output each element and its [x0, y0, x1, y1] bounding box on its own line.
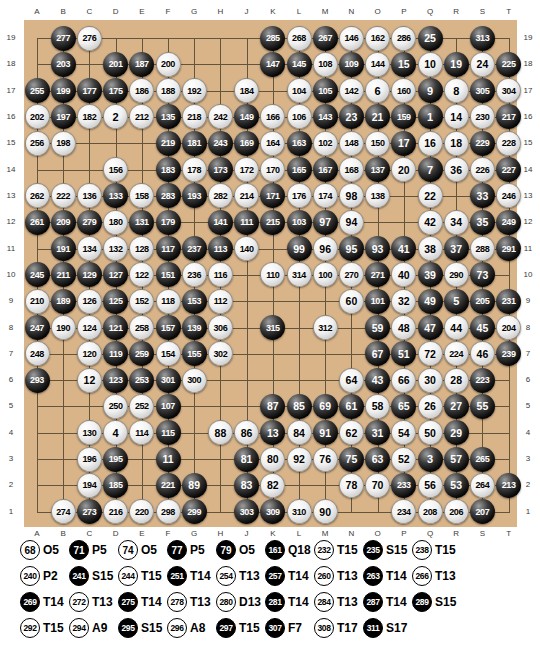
stone-N3: 75: [339, 447, 364, 472]
stone-L5: 85: [287, 394, 312, 419]
caption-move-251: 251T14: [167, 566, 216, 586]
caption-move-74: 74O5: [118, 540, 167, 560]
col-label-Q: Q: [417, 7, 443, 17]
stone-L1: 310: [287, 499, 312, 524]
caption-move-number: 272: [69, 592, 89, 612]
row-label-10: 10: [0, 270, 22, 280]
caption-move-number: 77: [167, 540, 187, 560]
stone-R17: 8: [444, 78, 469, 103]
caption-move-296: 296A8: [167, 618, 216, 638]
stone-C19: 276: [77, 26, 102, 51]
stone-J11: 140: [234, 236, 259, 261]
caption-move-280: 280D13: [216, 592, 265, 612]
stone-N18: 109: [339, 52, 364, 77]
stone-K3: 80: [260, 447, 285, 472]
stone-O15: 150: [365, 131, 390, 156]
stone-R16: 14: [444, 104, 469, 129]
caption-move-point: T13: [92, 595, 113, 609]
stone-K12: 215: [260, 210, 285, 235]
stone-S14: 226: [470, 157, 495, 182]
stone-Q16: 1: [418, 104, 443, 129]
stone-F1: 298: [156, 499, 181, 524]
caption-move-point: P5: [92, 543, 107, 557]
col-label-C: C: [76, 7, 102, 17]
stone-O8: 59: [365, 315, 390, 340]
stone-C3: 196: [77, 447, 102, 472]
stone-F18: 200: [156, 52, 181, 77]
stone-T8: 204: [496, 315, 521, 340]
stone-D8: 121: [103, 315, 128, 340]
caption-move-308: 308T17: [314, 618, 363, 638]
stone-Q15: 16: [418, 131, 443, 156]
stone-R9: 5: [444, 289, 469, 314]
stone-D5: 250: [103, 394, 128, 419]
caption-move-number: 232: [314, 540, 334, 560]
caption-move-number: 292: [20, 618, 40, 638]
row-label-10: 10: [517, 270, 539, 280]
stone-M12: 97: [313, 210, 338, 235]
stone-C12: 279: [77, 210, 102, 235]
row-label-14: 14: [0, 165, 22, 175]
caption-move-number: 307: [265, 618, 285, 638]
stone-S9: 205: [470, 289, 495, 314]
row-label-2: 2: [0, 480, 22, 490]
caption-move-number: 254: [216, 566, 236, 586]
stone-K15: 164: [260, 131, 285, 156]
caption-move-point: T14: [288, 569, 309, 583]
caption-move-number: 79: [216, 540, 236, 560]
stone-L17: 104: [287, 78, 312, 103]
stone-Q7: 72: [418, 341, 443, 366]
col-label-F: F: [155, 7, 181, 17]
row-label-1: 1: [0, 507, 22, 517]
stone-M18: 108: [313, 52, 338, 77]
stone-Q12: 42: [418, 210, 443, 235]
caption-move-68: 68O5: [20, 540, 69, 560]
stone-H9: 112: [208, 289, 233, 314]
caption-move-point: O5: [141, 543, 157, 557]
row-label-16: 16: [0, 112, 22, 122]
caption-move-number: 240: [20, 566, 40, 586]
stone-M10: 100: [313, 262, 338, 287]
row-label-17: 17: [0, 86, 22, 96]
stone-M14: 167: [313, 157, 338, 182]
caption-move-point: F7: [288, 621, 302, 635]
stone-S3: 265: [470, 447, 495, 472]
row-label-18: 18: [0, 59, 22, 69]
stone-L10: 314: [287, 262, 312, 287]
caption-move-272: 272T13: [69, 592, 118, 612]
stone-J2: 83: [234, 473, 259, 498]
stone-E6: 253: [129, 368, 154, 393]
caption-move-275: 275T14: [118, 592, 167, 612]
col-label-O: O: [365, 7, 391, 17]
stone-S18: 24: [470, 52, 495, 77]
caption-move-point: O5: [239, 543, 255, 557]
caption-move-point: T15: [435, 543, 456, 557]
stone-G6: 300: [182, 368, 207, 393]
stone-M4: 91: [313, 420, 338, 445]
stone-B16: 197: [51, 104, 76, 129]
caption-move-289: 289S15: [412, 592, 461, 612]
stone-J3: 81: [234, 447, 259, 472]
stone-A7: 248: [25, 341, 50, 366]
stone-S17: 305: [470, 78, 495, 103]
stone-C1: 273: [77, 499, 102, 524]
col-label-S: S: [469, 7, 495, 17]
stone-A12: 261: [25, 210, 50, 235]
col-label-R: R: [443, 7, 469, 17]
caption-move-235: 235S15: [363, 540, 412, 560]
stone-H12: 141: [208, 210, 233, 235]
caption-move-294: 294A9: [69, 618, 118, 638]
stone-D9: 125: [103, 289, 128, 314]
stone-P15: 17: [391, 131, 416, 156]
stone-L14: 165: [287, 157, 312, 182]
stone-S19: 313: [470, 26, 495, 51]
stone-F4: 115: [156, 420, 181, 445]
row-label-9: 9: [0, 296, 22, 306]
stone-A13: 262: [25, 183, 50, 208]
caption-move-307: 307F7: [265, 618, 314, 638]
stone-T2: 213: [496, 473, 521, 498]
stone-D2: 185: [103, 473, 128, 498]
caption-move-number: 235: [363, 540, 383, 560]
stone-Q14: 7: [418, 157, 443, 182]
col-label-P: P: [391, 7, 417, 17]
caption-move-point: S15: [386, 543, 407, 557]
stone-H14: 173: [208, 157, 233, 182]
stone-M8: 312: [313, 315, 338, 340]
caption-move-number: 280: [216, 592, 236, 612]
stone-R3: 57: [444, 447, 469, 472]
caption-move-number: 269: [20, 592, 40, 612]
stone-R12: 34: [444, 210, 469, 235]
col-label-L: L: [286, 7, 312, 17]
stone-P18: 15: [391, 52, 416, 77]
stone-A10: 245: [25, 262, 50, 287]
row-label-5: 5: [517, 401, 539, 411]
row-label-19: 19: [517, 33, 539, 43]
stone-B8: 190: [51, 315, 76, 340]
col-label-T: T: [496, 529, 522, 539]
caption-move-point: O5: [43, 543, 59, 557]
caption-move-point: T15: [337, 543, 358, 557]
stone-Q18: 10: [418, 52, 443, 77]
caption-move-244: 244T15: [118, 566, 167, 586]
caption-move-number: 266: [412, 566, 432, 586]
caption-move-241: 241S15: [69, 566, 118, 586]
stone-R4: 29: [444, 420, 469, 445]
stone-D11: 132: [103, 236, 128, 261]
caption-row-2: 240P2241S15244T15251T14254T13257T14260T1…: [20, 563, 461, 589]
row-label-6: 6: [517, 375, 539, 385]
row-label-4: 4: [0, 428, 22, 438]
stone-G1: 299: [182, 499, 207, 524]
caption-move-number: 296: [167, 618, 187, 638]
stone-N19: 146: [339, 26, 364, 51]
col-label-S: S: [469, 529, 495, 539]
caption-move-number: 68: [20, 540, 40, 560]
stone-G17: 192: [182, 78, 207, 103]
stone-A6: 293: [25, 368, 50, 393]
stone-G11: 237: [182, 236, 207, 261]
stone-S11: 288: [470, 236, 495, 261]
stone-Q17: 9: [418, 78, 443, 103]
stone-T18: 225: [496, 52, 521, 77]
row-label-15: 15: [0, 138, 22, 148]
stone-R2: 53: [444, 473, 469, 498]
caption-move-71: 71P5: [69, 540, 118, 560]
stone-D6: 123: [103, 368, 128, 393]
stone-R5: 27: [444, 394, 469, 419]
stone-S2: 264: [470, 473, 495, 498]
caption-move-number: 257: [265, 566, 285, 586]
stone-M16: 143: [313, 104, 338, 129]
stone-B18: 203: [51, 52, 76, 77]
caption-move-point: T13: [239, 569, 260, 583]
stone-D12: 180: [103, 210, 128, 235]
stone-O3: 63: [365, 447, 390, 472]
caption-move-point: A8: [190, 621, 205, 635]
stone-N12: 94: [339, 210, 364, 235]
stone-Q6: 30: [418, 368, 443, 393]
stone-Q8: 47: [418, 315, 443, 340]
stone-B12: 209: [51, 210, 76, 235]
stone-D18: 201: [103, 52, 128, 77]
stone-F2: 221: [156, 473, 181, 498]
stone-B9: 189: [51, 289, 76, 314]
stone-C17: 177: [77, 78, 102, 103]
stone-P19: 286: [391, 26, 416, 51]
stone-L19: 268: [287, 26, 312, 51]
stone-F5: 107: [156, 394, 181, 419]
stone-N11: 95: [339, 236, 364, 261]
caption-move-point: T13: [435, 569, 456, 583]
stone-N5: 61: [339, 394, 364, 419]
stone-C8: 124: [77, 315, 102, 340]
stone-A9: 210: [25, 289, 50, 314]
stone-R7: 224: [444, 341, 469, 366]
stone-M13: 174: [313, 183, 338, 208]
caption-move-number: 289: [412, 592, 432, 612]
caption-move-point: P2: [43, 569, 58, 583]
stone-B17: 199: [51, 78, 76, 103]
caption-move-number: 287: [363, 592, 383, 612]
stone-G7: 155: [182, 341, 207, 366]
caption-move-point: S15: [141, 621, 162, 635]
stone-R10: 290: [444, 262, 469, 287]
stone-K18: 147: [260, 52, 285, 77]
caption-move-number: 281: [265, 592, 285, 612]
stone-G13: 193: [182, 183, 207, 208]
stone-B10: 211: [51, 262, 76, 287]
caption-move-77: 77P5: [167, 540, 216, 560]
caption-move-161: 161Q18: [265, 540, 314, 560]
row-label-3: 3: [0, 454, 22, 464]
stone-J15: 169: [234, 131, 259, 156]
stone-O2: 70: [365, 473, 390, 498]
stone-M3: 76: [313, 447, 338, 472]
stone-L4: 84: [287, 420, 312, 445]
stone-C9: 126: [77, 289, 102, 314]
caption-move-311: 311S17: [363, 618, 412, 638]
stone-G14: 178: [182, 157, 207, 182]
stone-S12: 35: [470, 210, 495, 235]
row-label-13: 13: [0, 191, 22, 201]
caption-move-point: Q18: [288, 543, 311, 557]
stone-Q9: 49: [418, 289, 443, 314]
stone-G2: 89: [182, 473, 207, 498]
stone-T16: 217: [496, 104, 521, 129]
caption-move-number: 251: [167, 566, 187, 586]
stone-B11: 191: [51, 236, 76, 261]
stone-O5: 58: [365, 394, 390, 419]
go-kifu-page: AA1919BB1818CC1717DD1616EE1515FF1414GG13…: [0, 0, 540, 654]
caption-move-point: T13: [190, 595, 211, 609]
stone-C6: 12: [77, 368, 102, 393]
stone-O19: 162: [365, 26, 390, 51]
col-label-T: T: [496, 7, 522, 17]
caption-move-number: 263: [363, 566, 383, 586]
stone-H15: 243: [208, 131, 233, 156]
row-label-7: 7: [0, 349, 22, 359]
caption-move-number: 295: [118, 618, 138, 638]
stone-P9: 32: [391, 289, 416, 314]
stone-F12: 179: [156, 210, 181, 235]
caption-move-284: 284T13: [314, 592, 363, 612]
stone-Q13: 22: [418, 183, 443, 208]
col-label-A: A: [24, 7, 50, 17]
stone-S5: 55: [470, 394, 495, 419]
caption-move-number: 284: [314, 592, 334, 612]
col-label-H: H: [207, 7, 233, 17]
stone-N9: 60: [339, 289, 364, 314]
caption-move-281: 281T14: [265, 592, 314, 612]
caption-move-269: 269T14: [20, 592, 69, 612]
caption-move-266: 266T13: [412, 566, 461, 586]
caption-move-point: A9: [92, 621, 107, 635]
stone-N14: 168: [339, 157, 364, 182]
stone-D3: 195: [103, 447, 128, 472]
stone-L13: 176: [287, 183, 312, 208]
stone-Q2: 56: [418, 473, 443, 498]
stone-T17: 304: [496, 78, 521, 103]
col-label-G: G: [181, 7, 207, 17]
stone-B1: 274: [51, 499, 76, 524]
caption-move-point: P5: [190, 543, 205, 557]
stone-B15: 198: [51, 131, 76, 156]
stone-H8: 306: [208, 315, 233, 340]
col-label-J: J: [234, 7, 260, 17]
stone-R18: 19: [444, 52, 469, 77]
stone-F11: 117: [156, 236, 181, 261]
stone-T13: 246: [496, 183, 521, 208]
caption-move-number: 244: [118, 566, 138, 586]
caption-move-292: 292T15: [20, 618, 69, 638]
stone-S15: 229: [470, 131, 495, 156]
row-label-4: 4: [517, 428, 539, 438]
stone-Q19: 25: [418, 26, 443, 51]
stone-F3: 11: [156, 447, 181, 472]
stone-L11: 99: [287, 236, 312, 261]
stone-L18: 145: [287, 52, 312, 77]
caption-move-point: S15: [435, 595, 456, 609]
row-label-6: 6: [0, 375, 22, 385]
row-label-12: 12: [0, 217, 22, 227]
stone-G9: 153: [182, 289, 207, 314]
caption-move-254: 254T13: [216, 566, 265, 586]
caption-move-number: 294: [69, 618, 89, 638]
stone-R8: 44: [444, 315, 469, 340]
caption-move-number: 260: [314, 566, 334, 586]
stone-C2: 194: [77, 473, 102, 498]
col-label-B: B: [50, 7, 76, 17]
caption-move-point: T15: [141, 569, 162, 583]
stone-G8: 139: [182, 315, 207, 340]
stone-J12: 111: [234, 210, 259, 235]
caption-move-number: 308: [314, 618, 334, 638]
stone-L3: 92: [287, 447, 312, 472]
caption-move-257: 257T14: [265, 566, 314, 586]
caption-move-point: D13: [239, 595, 261, 609]
caption-row-1: 68O571P574O577P579O5161Q18232T15235S1523…: [20, 537, 461, 563]
caption-move-number: 74: [118, 540, 138, 560]
stone-O11: 93: [365, 236, 390, 261]
caption-move-79: 79O5: [216, 540, 265, 560]
caption-row-4: 292T15294A9295S15296A8297T15307F7308T173…: [20, 615, 412, 641]
caption-move-point: T14: [386, 595, 407, 609]
stone-F6: 301: [156, 368, 181, 393]
caption-move-point: T13: [337, 595, 358, 609]
stone-K19: 285: [260, 26, 285, 51]
stone-F10: 151: [156, 262, 181, 287]
caption-move-240: 240P2: [20, 566, 69, 586]
col-label-K: K: [260, 7, 286, 17]
caption-move-number: 297: [216, 618, 236, 638]
stone-Q5: 26: [418, 394, 443, 419]
stone-E9: 152: [129, 289, 154, 314]
stone-E18: 187: [129, 52, 154, 77]
stone-R15: 18: [444, 131, 469, 156]
stone-A17: 255: [25, 78, 50, 103]
stone-M5: 69: [313, 394, 338, 419]
stone-F17: 188: [156, 78, 181, 103]
row-label-11: 11: [0, 244, 22, 254]
caption-move-number: 71: [69, 540, 89, 560]
stone-S6: 223: [470, 368, 495, 393]
stone-P3: 52: [391, 447, 416, 472]
stone-N2: 78: [339, 473, 364, 498]
col-label-D: D: [103, 7, 129, 17]
stone-O9: 101: [365, 289, 390, 314]
col-label-N: N: [338, 7, 364, 17]
caption-move-260: 260T13: [314, 566, 363, 586]
stone-Q1: 208: [418, 499, 443, 524]
stone-F7: 154: [156, 341, 181, 366]
caption-move-263: 263T14: [363, 566, 412, 586]
caption-move-point: T14: [288, 595, 309, 609]
stone-E12: 131: [129, 210, 154, 235]
caption-move-232: 232T15: [314, 540, 363, 560]
caption-move-238: 238T15: [412, 540, 461, 560]
stone-T11: 291: [496, 236, 521, 261]
stone-T12: 249: [496, 210, 521, 235]
stone-S8: 45: [470, 315, 495, 340]
row-label-1: 1: [517, 507, 539, 517]
caption-move-point: T15: [43, 621, 64, 635]
caption-move-point: T14: [190, 569, 211, 583]
